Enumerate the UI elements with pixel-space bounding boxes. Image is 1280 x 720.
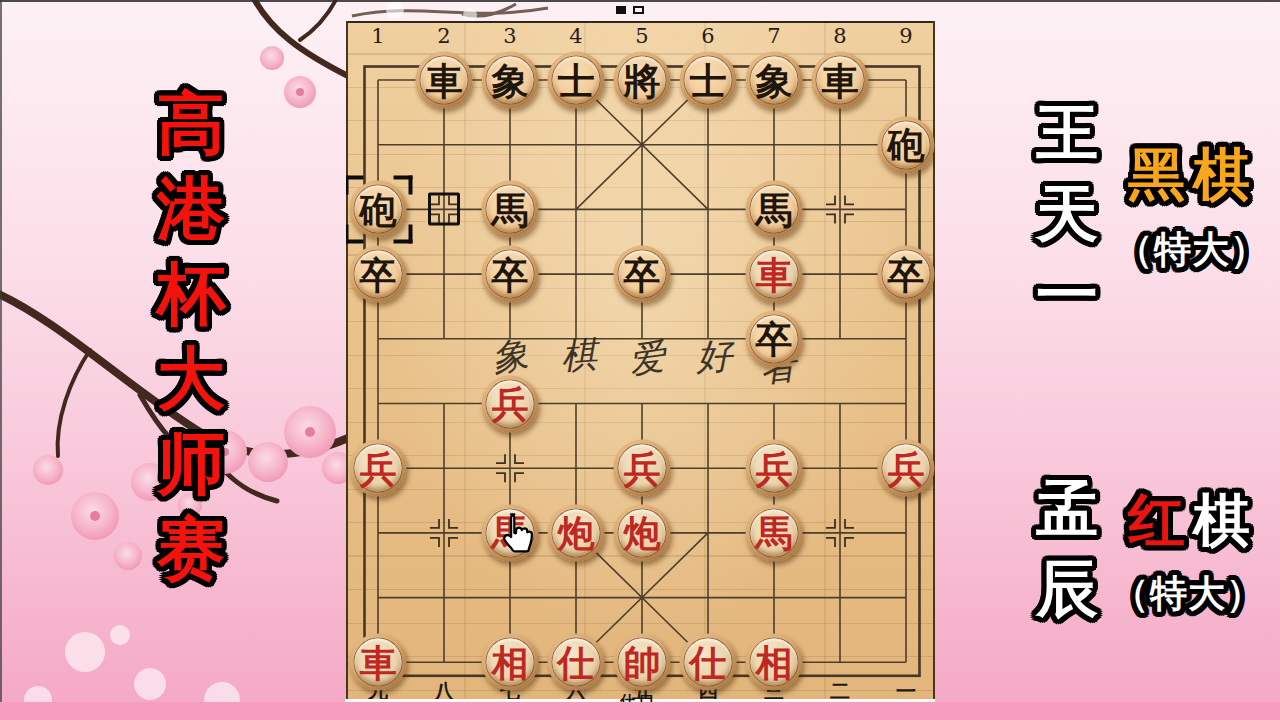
clipped-caption-top <box>616 5 656 14</box>
file-label-top: 6 <box>701 24 714 48</box>
piece-red-soldier[interactable]: 兵 <box>482 375 539 432</box>
piece-face: 卒 <box>355 251 402 298</box>
piece-face: 仕 <box>685 639 732 686</box>
piece-face: 象 <box>751 57 798 104</box>
file-label-top: 5 <box>635 24 648 48</box>
piece-face: 炮 <box>553 509 600 556</box>
piece-face: 兵 <box>751 445 798 492</box>
vertical-char: 大 <box>157 345 225 413</box>
piece-glyph: 車 <box>360 643 397 681</box>
piece-glyph: 馬 <box>492 190 529 228</box>
tournament-banner: 高港杯大师赛 <box>150 90 232 583</box>
piece-black-soldier[interactable]: 卒 <box>614 246 671 303</box>
piece-red-advisor[interactable]: 仕 <box>548 634 605 691</box>
piece-face: 卒 <box>883 251 930 298</box>
piece-black-soldier[interactable]: 卒 <box>878 246 935 303</box>
piece-black-chariot[interactable]: 車 <box>416 52 473 109</box>
player-red-name: 孟辰 <box>1032 478 1102 620</box>
piece-glyph: 車 <box>426 61 463 99</box>
piece-face: 仕 <box>553 639 600 686</box>
vertical-char: 高 <box>157 90 225 158</box>
piece-glyph: 炮 <box>624 514 661 552</box>
piece-face: 士 <box>553 57 600 104</box>
left-edge-line <box>0 0 2 720</box>
piece-glyph: 兵 <box>492 385 529 423</box>
player-black-name: 王天一 <box>1032 102 1102 326</box>
piece-black-horse[interactable]: 馬 <box>746 181 803 238</box>
vertical-char: 孟 <box>1036 478 1098 540</box>
piece-red-soldier[interactable]: 兵 <box>614 440 671 497</box>
piece-face: 卒 <box>487 251 534 298</box>
piece-glyph: 卒 <box>756 320 793 358</box>
vertical-char: 一 <box>1036 264 1098 326</box>
red-side-char1: 红 <box>1128 487 1193 553</box>
piece-glyph: 卒 <box>492 255 529 293</box>
piece-red-chariot[interactable]: 車 <box>350 634 407 691</box>
file-label-top: 7 <box>767 24 780 48</box>
piece-face: 炮 <box>619 509 666 556</box>
piece-black-soldier[interactable]: 卒 <box>746 310 803 367</box>
red-side-char2: 棋 <box>1193 487 1258 553</box>
vertical-char: 王 <box>1036 102 1098 164</box>
piece-red-soldier[interactable]: 兵 <box>746 440 803 497</box>
piece-red-horse[interactable]: 馬 <box>746 504 803 561</box>
piece-face: 馬 <box>487 186 534 233</box>
move-origin-marker <box>428 193 460 226</box>
file-label-top: 9 <box>899 24 912 48</box>
piece-glyph: 卒 <box>624 255 661 293</box>
piece-face: 卒 <box>619 251 666 298</box>
piece-face: 卒 <box>751 315 798 362</box>
piece-glyph: 象 <box>756 61 793 99</box>
file-label-top: 8 <box>833 24 846 48</box>
piece-face: 將 <box>619 57 666 104</box>
river-watermark-char: 棋 <box>559 330 598 381</box>
player-black-side-label: 黑棋 <box>1128 146 1258 203</box>
piece-red-cannon[interactable]: 炮 <box>548 504 605 561</box>
video-frame: 高港杯大师赛 象棋爱好者 123456789 九八七六五四三二一 車象士將士象車… <box>0 0 1280 720</box>
piece-face: 車 <box>751 251 798 298</box>
piece-red-cannon[interactable]: 炮 <box>614 504 671 561</box>
piece-face: 車 <box>421 57 468 104</box>
bracket-corner <box>346 224 363 243</box>
piece-face: 象 <box>487 57 534 104</box>
file-label-top: 2 <box>437 24 450 48</box>
black-side-char2: 棋 <box>1193 141 1258 207</box>
piece-face: 帥 <box>619 639 666 686</box>
piece-black-elephant[interactable]: 象 <box>482 52 539 109</box>
piece-black-soldier[interactable]: 卒 <box>350 246 407 303</box>
piece-glyph: 相 <box>756 643 793 681</box>
piece-glyph: 將 <box>624 61 661 99</box>
piece-glyph: 帥 <box>624 643 661 681</box>
piece-glyph: 仕 <box>558 643 595 681</box>
bracket-corner <box>393 224 412 243</box>
piece-glyph: 卒 <box>888 255 925 293</box>
piece-glyph: 車 <box>822 61 859 99</box>
bottom-pink-bar <box>0 702 1280 720</box>
bracket-corner <box>346 175 363 194</box>
vertical-char: 师 <box>157 430 225 498</box>
piece-glyph: 仕 <box>690 643 727 681</box>
piece-glyph: 兵 <box>756 449 793 487</box>
file-label-top: 3 <box>503 24 516 48</box>
piece-face: 兵 <box>487 380 534 427</box>
river-watermark-char: 爱 <box>626 332 668 386</box>
vertical-char: 天 <box>1036 183 1098 245</box>
piece-black-advisor[interactable]: 士 <box>680 52 737 109</box>
piece-black-advisor[interactable]: 士 <box>548 52 605 109</box>
piece-red-elephant[interactable]: 相 <box>746 634 803 691</box>
river-watermark-char: 好 <box>695 332 734 383</box>
piece-glyph: 砲 <box>360 190 397 228</box>
piece-glyph: 車 <box>756 255 793 293</box>
xiangqi-board[interactable]: 象棋爱好者 123456789 九八七六五四三二一 車象士將士象車砲砲馬馬卒卒卒… <box>346 21 935 702</box>
piece-glyph: 相 <box>492 643 529 681</box>
piece-red-soldier[interactable]: 兵 <box>878 440 935 497</box>
piece-red-soldier[interactable]: 兵 <box>350 440 407 497</box>
piece-glyph: 砲 <box>888 126 925 164</box>
piece-face: 士 <box>685 57 732 104</box>
clipped-caption-bottom: 仕口 <box>620 693 666 702</box>
vertical-char: 杯 <box>157 260 225 328</box>
piece-black-cannon[interactable]: 砲 <box>350 181 407 238</box>
piece-face: 馬 <box>751 186 798 233</box>
top-edge-line <box>0 0 1280 2</box>
piece-face: 兵 <box>355 445 402 492</box>
piece-glyph: 兵 <box>624 449 661 487</box>
piece-glyph: 象 <box>492 61 529 99</box>
vertical-char: 港 <box>157 175 225 243</box>
piece-black-elephant[interactable]: 象 <box>746 52 803 109</box>
vertical-char: 辰 <box>1036 558 1098 620</box>
piece-glyph: 士 <box>558 61 595 99</box>
piece-face: 相 <box>751 639 798 686</box>
piece-glyph: 馬 <box>756 190 793 228</box>
piece-face: 砲 <box>883 121 930 168</box>
piece-black-horse[interactable]: 馬 <box>482 181 539 238</box>
bracket-corner <box>393 175 412 194</box>
player-black-grade: （特大） <box>1116 231 1268 268</box>
file-label-top: 4 <box>569 24 582 48</box>
hand-cursor <box>497 512 539 560</box>
piece-red-elephant[interactable]: 相 <box>482 634 539 691</box>
black-side-char1: 黑 <box>1128 141 1193 207</box>
piece-glyph: 兵 <box>888 449 925 487</box>
piece-face: 兵 <box>619 445 666 492</box>
piece-face: 相 <box>487 639 534 686</box>
piece-face: 車 <box>817 57 864 104</box>
piece-black-cannon[interactable]: 砲 <box>878 116 935 173</box>
piece-black-general[interactable]: 將 <box>614 52 671 109</box>
piece-face: 車 <box>355 639 402 686</box>
piece-red-advisor[interactable]: 仕 <box>680 634 737 691</box>
file-label-top: 1 <box>371 24 384 48</box>
piece-glyph: 士 <box>690 61 727 99</box>
piece-glyph: 炮 <box>558 514 595 552</box>
piece-black-soldier[interactable]: 卒 <box>482 246 539 303</box>
piece-glyph: 卒 <box>360 255 397 293</box>
piece-red-chariot[interactable]: 車 <box>746 246 803 303</box>
piece-black-chariot[interactable]: 車 <box>812 52 869 109</box>
piece-face: 馬 <box>751 509 798 556</box>
branch-top-strip <box>352 4 548 16</box>
player-red-side-label: 红棋 <box>1128 492 1258 549</box>
piece-glyph: 馬 <box>756 514 793 552</box>
piece-red-general[interactable]: 帥 <box>614 634 671 691</box>
player-red-grade: （特大） <box>1112 575 1264 612</box>
vertical-char: 赛 <box>157 515 225 583</box>
piece-face: 兵 <box>883 445 930 492</box>
piece-glyph: 兵 <box>360 449 397 487</box>
